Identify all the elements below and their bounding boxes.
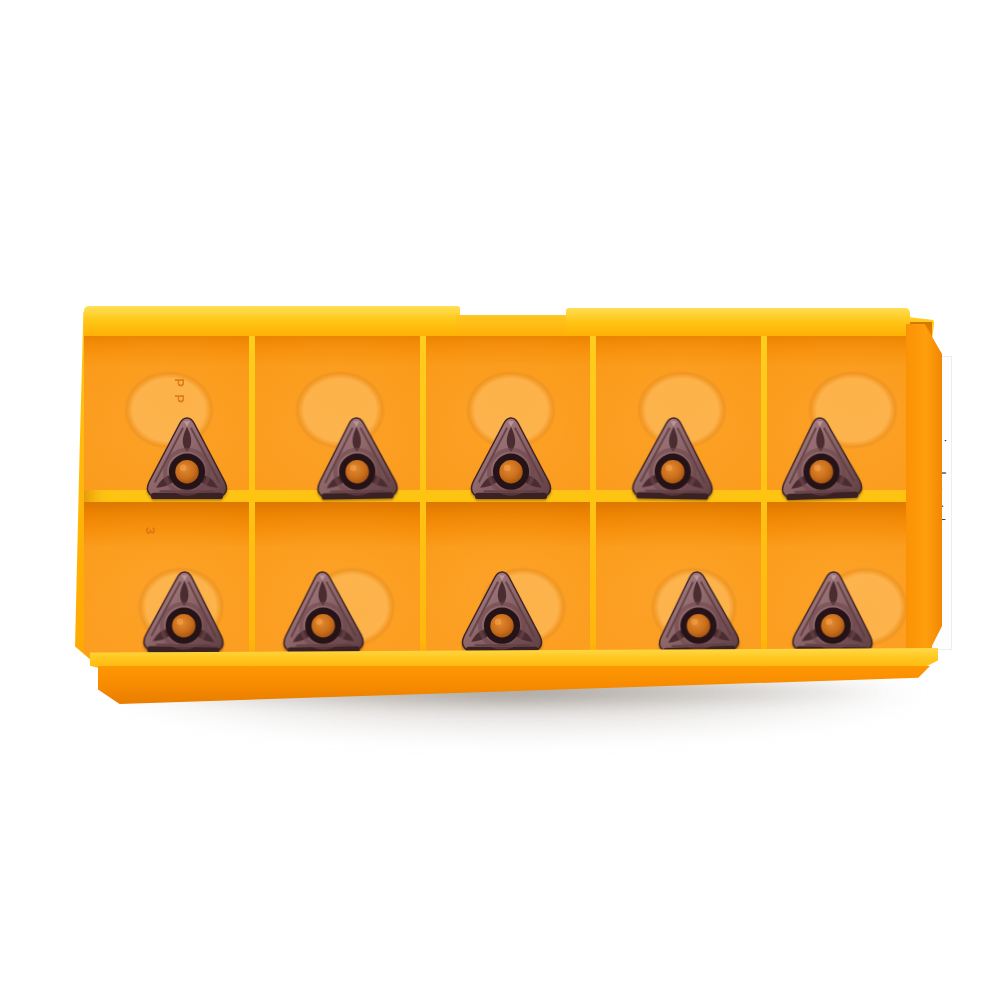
tray-back-rim-notch bbox=[456, 315, 570, 336]
compartment-r2c2 bbox=[255, 502, 420, 654]
compartment-r1c1: P P bbox=[84, 322, 249, 490]
carbide-insert-r2c2 bbox=[273, 567, 373, 657]
carbide-insert-r2c4 bbox=[647, 566, 748, 657]
tray-back-rim-left bbox=[84, 306, 460, 336]
compartment-r2c4 bbox=[596, 502, 761, 654]
carbide-insert-r1c2 bbox=[307, 413, 407, 503]
triangular-insert-icon bbox=[307, 413, 407, 503]
photo-stage: ˙-¦·‹⊦ P P 3 bbox=[0, 0, 1000, 1000]
tray-right-wall bbox=[906, 324, 942, 656]
molded-mark: 3 bbox=[143, 527, 158, 536]
compartment-r1c2 bbox=[255, 322, 420, 490]
triangular-insert-icon bbox=[647, 566, 748, 657]
triangular-insert-icon bbox=[453, 568, 551, 656]
triangular-insert-icon bbox=[770, 412, 871, 503]
triangular-insert-icon bbox=[462, 414, 560, 502]
carbide-insert-r1c5 bbox=[770, 412, 871, 503]
triangular-insert-icon bbox=[273, 567, 373, 657]
triangular-insert-icon bbox=[623, 413, 723, 503]
triangular-insert-icon bbox=[135, 567, 235, 657]
triangular-insert-icon bbox=[138, 414, 236, 502]
triangular-insert-icon bbox=[783, 567, 883, 657]
carbide-insert-r2c5 bbox=[783, 567, 883, 657]
compartment-r1c3 bbox=[426, 322, 591, 490]
carbide-insert-r2c1 bbox=[135, 567, 235, 657]
carbide-insert-r1c1 bbox=[138, 414, 236, 502]
molded-mark: P P bbox=[172, 378, 187, 405]
compartment-r1c4 bbox=[596, 322, 761, 490]
carbide-insert-r1c4 bbox=[623, 413, 723, 503]
tray-back-rim-right bbox=[566, 308, 910, 336]
carbide-insert-r2c3 bbox=[453, 568, 551, 656]
carbide-insert-r1c3 bbox=[462, 414, 560, 502]
compartment-r2c1: 3 bbox=[84, 502, 249, 654]
compartment-r2c3 bbox=[426, 502, 591, 654]
compartment-grid: P P 3 bbox=[84, 322, 932, 654]
